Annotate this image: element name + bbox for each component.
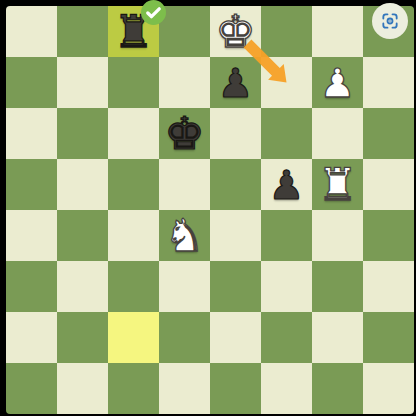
square-g8[interactable] xyxy=(312,6,363,57)
square-f4[interactable] xyxy=(261,210,312,261)
square-h5[interactable] xyxy=(363,159,414,210)
square-f7[interactable] xyxy=(261,57,312,108)
square-h2[interactable] xyxy=(363,312,414,363)
square-e8[interactable]: ♚ xyxy=(210,6,261,57)
square-f5[interactable]: ♟ xyxy=(261,159,312,210)
piece-black-pawn[interactable]: ♟ xyxy=(269,165,305,205)
square-a1[interactable] xyxy=(6,363,57,414)
chess-board: ♜♚♟♟♚♟♜♞ xyxy=(6,6,414,414)
piece-white-rook[interactable]: ♜ xyxy=(317,162,357,207)
square-f2[interactable] xyxy=(261,312,312,363)
square-h1[interactable] xyxy=(363,363,414,414)
square-b3[interactable] xyxy=(57,261,108,312)
piece-black-pawn[interactable]: ♟ xyxy=(218,63,254,103)
square-g4[interactable] xyxy=(312,210,363,261)
square-b6[interactable] xyxy=(57,108,108,159)
square-g5[interactable]: ♜ xyxy=(312,159,363,210)
square-g2[interactable] xyxy=(312,312,363,363)
square-f3[interactable] xyxy=(261,261,312,312)
square-e1[interactable] xyxy=(210,363,261,414)
square-c8[interactable]: ♜ xyxy=(108,6,159,57)
square-f8[interactable] xyxy=(261,6,312,57)
square-d5[interactable] xyxy=(159,159,210,210)
square-b2[interactable] xyxy=(57,312,108,363)
square-d1[interactable] xyxy=(159,363,210,414)
square-d6[interactable]: ♚ xyxy=(159,108,210,159)
square-d3[interactable] xyxy=(159,261,210,312)
square-d2[interactable] xyxy=(159,312,210,363)
focus-button[interactable] xyxy=(372,3,408,39)
piece-white-king[interactable]: ♚ xyxy=(215,9,255,54)
square-h6[interactable] xyxy=(363,108,414,159)
square-a8[interactable] xyxy=(6,6,57,57)
square-a5[interactable] xyxy=(6,159,57,210)
square-d8[interactable] xyxy=(159,6,210,57)
square-e2[interactable] xyxy=(210,312,261,363)
square-d7[interactable] xyxy=(159,57,210,108)
square-a2[interactable] xyxy=(6,312,57,363)
square-e6[interactable] xyxy=(210,108,261,159)
square-e3[interactable] xyxy=(210,261,261,312)
square-e4[interactable] xyxy=(210,210,261,261)
focus-scan-icon xyxy=(380,11,400,31)
piece-white-pawn[interactable]: ♟ xyxy=(320,63,356,103)
square-h7[interactable] xyxy=(363,57,414,108)
square-e5[interactable] xyxy=(210,159,261,210)
square-b4[interactable] xyxy=(57,210,108,261)
square-c7[interactable] xyxy=(108,57,159,108)
square-b1[interactable] xyxy=(57,363,108,414)
square-c4[interactable] xyxy=(108,210,159,261)
square-c2[interactable] xyxy=(108,312,159,363)
square-c1[interactable] xyxy=(108,363,159,414)
square-a4[interactable] xyxy=(6,210,57,261)
square-c3[interactable] xyxy=(108,261,159,312)
piece-black-king[interactable]: ♚ xyxy=(164,111,204,156)
square-b8[interactable] xyxy=(57,6,108,57)
square-f1[interactable] xyxy=(261,363,312,414)
square-h4[interactable] xyxy=(363,210,414,261)
square-g3[interactable] xyxy=(312,261,363,312)
square-e7[interactable]: ♟ xyxy=(210,57,261,108)
square-a3[interactable] xyxy=(6,261,57,312)
square-g7[interactable]: ♟ xyxy=(312,57,363,108)
square-b5[interactable] xyxy=(57,159,108,210)
square-c5[interactable] xyxy=(108,159,159,210)
square-h3[interactable] xyxy=(363,261,414,312)
square-g1[interactable] xyxy=(312,363,363,414)
square-f6[interactable] xyxy=(261,108,312,159)
square-d4[interactable]: ♞ xyxy=(159,210,210,261)
piece-white-knight[interactable]: ♞ xyxy=(164,213,204,258)
piece-black-rook[interactable]: ♜ xyxy=(113,9,153,54)
square-c6[interactable] xyxy=(108,108,159,159)
square-b7[interactable] xyxy=(57,57,108,108)
chess-app-stage: ♜♚♟♟♚♟♜♞ xyxy=(0,0,416,416)
square-a6[interactable] xyxy=(6,108,57,159)
square-a7[interactable] xyxy=(6,57,57,108)
square-g6[interactable] xyxy=(312,108,363,159)
